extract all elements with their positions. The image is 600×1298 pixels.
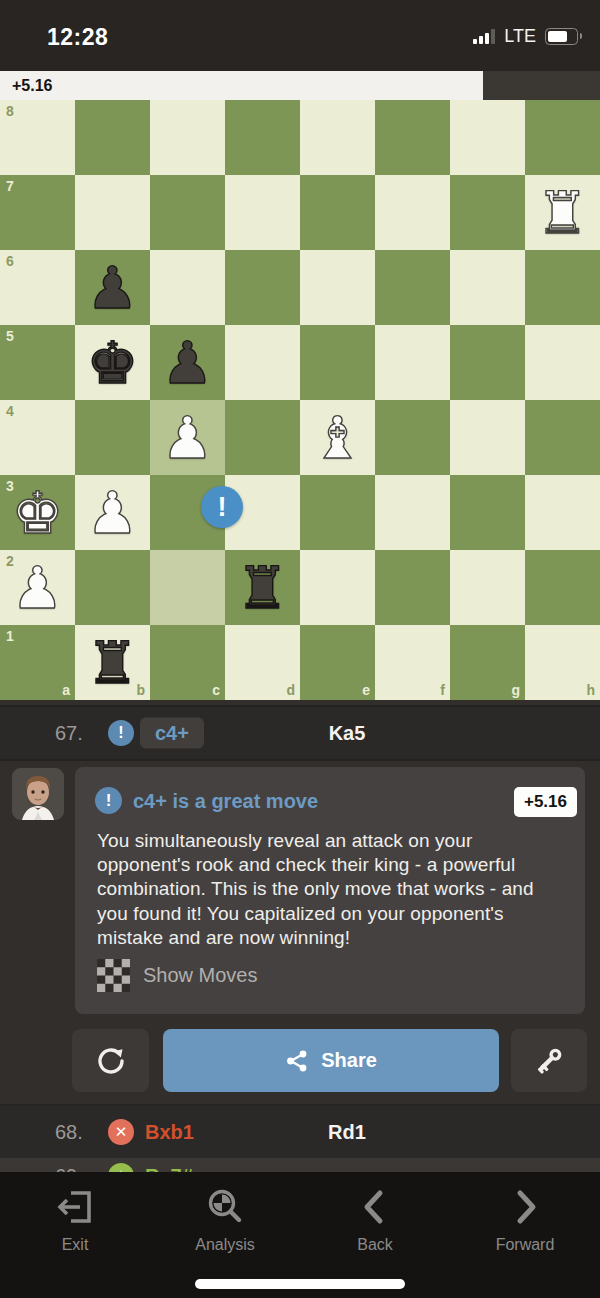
square-f1[interactable]: f [375, 625, 450, 700]
share-icon [285, 1049, 309, 1073]
file-label-c: c [212, 682, 220, 698]
square-e6[interactable] [300, 250, 375, 325]
square-h4[interactable] [525, 400, 600, 475]
move-row-68[interactable]: 68. ✕ Bxb1 Rd1 [0, 1104, 600, 1158]
square-h8[interactable] [525, 100, 600, 175]
square-a2[interactable]: 2♟ [0, 550, 75, 625]
square-c7[interactable] [150, 175, 225, 250]
square-h3[interactable] [525, 475, 600, 550]
comment-body: You simultaneously reveal an attack on y… [97, 829, 565, 950]
show-moves-label: Show Moves [143, 964, 258, 987]
square-a3[interactable]: 3♚ [0, 475, 75, 550]
file-label-b: b [136, 682, 145, 698]
square-d7[interactable] [225, 175, 300, 250]
comment-title: c4+ is a great move [133, 790, 318, 813]
evaluation-bar-white-portion [0, 71, 483, 100]
square-b8[interactable] [75, 100, 150, 175]
file-label-h: h [586, 682, 595, 698]
file-label-g: g [511, 682, 520, 698]
square-f5[interactable] [375, 325, 450, 400]
square-c1[interactable]: c [150, 625, 225, 700]
square-a6[interactable]: 6 [0, 250, 75, 325]
square-b4[interactable] [75, 400, 150, 475]
black-king-b5[interactable]: ♚ [75, 325, 150, 400]
white-move-selected[interactable]: c4+ [140, 718, 204, 749]
square-d6[interactable] [225, 250, 300, 325]
square-g4[interactable] [450, 400, 525, 475]
status-bar: 12:28 LTE [0, 0, 600, 71]
square-g6[interactable] [450, 250, 525, 325]
network-type: LTE [504, 26, 536, 47]
show-moves-button[interactable]: Show Moves [97, 959, 258, 992]
coach-avatar [12, 768, 64, 820]
rank-label-4: 4 [6, 403, 14, 419]
square-e4[interactable]: ♝ [300, 400, 375, 475]
nav-label: Exit [62, 1236, 89, 1254]
share-button[interactable]: Share [163, 1029, 499, 1092]
nav-label: Analysis [195, 1236, 255, 1254]
square-b6[interactable]: ♟ [75, 250, 150, 325]
chevron-left-icon [353, 1185, 397, 1229]
signal-strength-icon [473, 29, 495, 44]
evaluation-bar: +5.16 [0, 71, 600, 100]
chess-board[interactable]: ! 87♜6♟5♚♟4♟♝3♚♟2♟♜1ab♜cdefgh [0, 100, 600, 700]
nav-forward-button[interactable]: Forward [450, 1172, 600, 1298]
square-g7[interactable] [450, 175, 525, 250]
retry-icon [92, 1042, 130, 1080]
square-e7[interactable] [300, 175, 375, 250]
file-label-a: a [62, 682, 70, 698]
app-screen: 12:28 LTE +5.16 ! 87♜6♟5♚♟4♟♝3♚♟2♟♜1ab♜c… [0, 0, 600, 1298]
square-b3[interactable]: ♟ [75, 475, 150, 550]
square-a1[interactable]: 1a [0, 625, 75, 700]
retry-button[interactable] [72, 1029, 149, 1092]
square-d8[interactable] [225, 100, 300, 175]
square-d5[interactable] [225, 325, 300, 400]
move-row-67[interactable]: 67. ! c4+ Ka5 [0, 705, 600, 759]
square-g2[interactable] [450, 550, 525, 625]
square-b5[interactable]: ♚ [75, 325, 150, 400]
square-a8[interactable]: 8 [0, 100, 75, 175]
square-c4[interactable]: ♟ [150, 400, 225, 475]
black-move[interactable]: Ka5 [287, 722, 407, 745]
move-number: 68. [55, 1121, 83, 1144]
key-icon [531, 1043, 567, 1079]
square-d4[interactable] [225, 400, 300, 475]
nav-label: Forward [496, 1236, 555, 1254]
black-pawn-c5[interactable]: ♟ [150, 325, 225, 400]
square-e2[interactable] [300, 550, 375, 625]
white-bishop-e4[interactable]: ♝ [300, 400, 375, 475]
square-c2[interactable] [150, 550, 225, 625]
chevron-right-icon [503, 1185, 547, 1229]
square-f6[interactable] [375, 250, 450, 325]
square-a7[interactable]: 7 [0, 175, 75, 250]
square-h1[interactable]: h [525, 625, 600, 700]
evaluation-badge: +5.16 [514, 787, 577, 817]
square-f7[interactable] [375, 175, 450, 250]
square-a4[interactable]: 4 [0, 400, 75, 475]
square-e1[interactable]: e [300, 625, 375, 700]
square-c6[interactable] [150, 250, 225, 325]
move-number: 67. [55, 722, 83, 745]
clock: 12:28 [47, 24, 108, 51]
square-f3[interactable] [375, 475, 450, 550]
nav-label: Back [357, 1236, 393, 1254]
blunder-icon: ✕ [108, 1119, 134, 1145]
battery-icon [545, 28, 578, 45]
square-e5[interactable] [300, 325, 375, 400]
mini-board-icon [97, 959, 130, 992]
white-rook-h7[interactable]: ♜ [525, 175, 600, 250]
square-f4[interactable] [375, 400, 450, 475]
square-d1[interactable]: d [225, 625, 300, 700]
great-move-badge-icon: ! [201, 486, 243, 528]
exit-icon [53, 1185, 97, 1229]
great-move-icon: ! [108, 720, 134, 746]
square-c5[interactable]: ♟ [150, 325, 225, 400]
square-e3[interactable] [300, 475, 375, 550]
square-h5[interactable] [525, 325, 600, 400]
white-pawn-b3[interactable]: ♟ [75, 475, 150, 550]
analysis-icon [203, 1185, 247, 1229]
square-h2[interactable] [525, 550, 600, 625]
rank-label-5: 5 [6, 328, 14, 344]
rank-label-8: 8 [6, 103, 14, 119]
rank-label-2: 2 [6, 553, 14, 569]
analysis-section: ! c4+ is a great move +5.16 You simultan… [0, 759, 600, 1104]
rank-label-6: 6 [6, 253, 14, 269]
white-pawn-c4[interactable]: ♟ [150, 400, 225, 475]
square-b7[interactable] [75, 175, 150, 250]
white-move[interactable]: Bxb1 [145, 1121, 194, 1144]
great-move-icon: ! [95, 787, 122, 814]
square-h6[interactable] [525, 250, 600, 325]
square-g5[interactable] [450, 325, 525, 400]
key-options-button[interactable] [511, 1029, 587, 1092]
square-a5[interactable]: 5 [0, 325, 75, 400]
home-indicator[interactable] [195, 1279, 405, 1289]
bottom-nav-bar: Exit Analysis Back Forward [0, 1172, 600, 1298]
evaluation-score: +5.16 [12, 71, 52, 100]
black-pawn-b6[interactable]: ♟ [75, 250, 150, 325]
share-label: Share [321, 1049, 377, 1072]
coach-comment-panel: ! c4+ is a great move +5.16 You simultan… [75, 767, 585, 1014]
square-b2[interactable] [75, 550, 150, 625]
square-g8[interactable] [450, 100, 525, 175]
file-label-e: e [362, 682, 370, 698]
square-d2[interactable]: ♜ [225, 550, 300, 625]
square-g1[interactable]: g [450, 625, 525, 700]
file-label-f: f [440, 682, 445, 698]
nav-exit-button[interactable]: Exit [0, 1172, 150, 1298]
square-c8[interactable] [150, 100, 225, 175]
rank-label-3: 3 [6, 478, 14, 494]
square-f8[interactable] [375, 100, 450, 175]
square-e8[interactable] [300, 100, 375, 175]
black-rook-d2[interactable]: ♜ [225, 550, 300, 625]
square-f2[interactable] [375, 550, 450, 625]
square-h7[interactable]: ♜ [525, 175, 600, 250]
black-move[interactable]: Rd1 [287, 1121, 407, 1144]
rank-label-7: 7 [6, 178, 14, 194]
file-label-d: d [286, 682, 295, 698]
square-b1[interactable]: b♜ [75, 625, 150, 700]
rank-label-1: 1 [6, 628, 14, 644]
square-g3[interactable] [450, 475, 525, 550]
